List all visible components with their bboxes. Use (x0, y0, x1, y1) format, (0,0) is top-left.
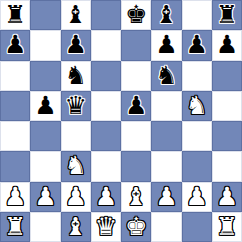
square-b8[interactable] (30, 0, 60, 30)
piece-white-pawn[interactable]: ♟ (34, 182, 56, 212)
square-e4[interactable] (121, 121, 151, 151)
square-e5[interactable]: ♟ (121, 91, 151, 121)
square-g6[interactable] (182, 61, 212, 91)
piece-white-pawn[interactable]: ♟ (95, 182, 117, 212)
piece-black-king[interactable]: ♚ (125, 0, 147, 30)
square-e3[interactable] (121, 151, 151, 181)
piece-black-knight[interactable]: ♞ (64, 61, 86, 91)
square-c7[interactable]: ♟ (61, 30, 91, 60)
piece-black-pawn[interactable]: ♟ (4, 30, 26, 60)
piece-black-pawn[interactable]: ♟ (185, 30, 207, 60)
chess-board[interactable]: ♜♝♚♝♜♟♟♟♟♟♞♞♟♛♟♞♞♟♟♟♟♝♟♟♟♜♝♛♚♜ (0, 0, 242, 242)
piece-black-pawn[interactable]: ♟ (64, 30, 86, 60)
piece-white-bishop[interactable]: ♝ (125, 182, 147, 212)
piece-white-king[interactable]: ♚ (125, 212, 147, 242)
square-h5[interactable] (212, 91, 242, 121)
square-g8[interactable] (182, 0, 212, 30)
square-h6[interactable] (212, 61, 242, 91)
square-b6[interactable] (30, 61, 60, 91)
square-h2[interactable]: ♟ (212, 182, 242, 212)
square-a6[interactable] (0, 61, 30, 91)
square-e1[interactable]: ♚ (121, 212, 151, 242)
square-f6[interactable]: ♞ (151, 61, 181, 91)
square-d4[interactable] (91, 121, 121, 151)
piece-white-knight[interactable]: ♞ (185, 91, 207, 121)
piece-white-rook[interactable]: ♜ (216, 212, 238, 242)
piece-white-queen[interactable]: ♛ (95, 212, 117, 242)
square-d7[interactable] (91, 30, 121, 60)
square-e7[interactable] (121, 30, 151, 60)
square-c3[interactable]: ♞ (61, 151, 91, 181)
piece-black-bishop[interactable]: ♝ (155, 0, 177, 30)
square-b2[interactable]: ♟ (30, 182, 60, 212)
square-g2[interactable]: ♟ (182, 182, 212, 212)
piece-black-pawn[interactable]: ♟ (125, 91, 147, 121)
square-d6[interactable] (91, 61, 121, 91)
square-h3[interactable] (212, 151, 242, 181)
piece-black-knight[interactable]: ♞ (155, 61, 177, 91)
piece-white-pawn[interactable]: ♟ (4, 182, 26, 212)
square-f2[interactable]: ♟ (151, 182, 181, 212)
square-h7[interactable]: ♟ (212, 30, 242, 60)
piece-white-knight[interactable]: ♞ (64, 151, 86, 181)
square-a8[interactable]: ♜ (0, 0, 30, 30)
square-f4[interactable] (151, 121, 181, 151)
square-a1[interactable]: ♜ (0, 212, 30, 242)
square-a3[interactable] (0, 151, 30, 181)
square-c5[interactable]: ♛ (61, 91, 91, 121)
square-g5[interactable]: ♞ (182, 91, 212, 121)
square-f1[interactable] (151, 212, 181, 242)
piece-black-pawn[interactable]: ♟ (34, 91, 56, 121)
square-e6[interactable] (121, 61, 151, 91)
piece-black-pawn[interactable]: ♟ (155, 30, 177, 60)
square-e8[interactable]: ♚ (121, 0, 151, 30)
piece-black-rook[interactable]: ♜ (4, 0, 26, 30)
square-b7[interactable] (30, 30, 60, 60)
square-g1[interactable] (182, 212, 212, 242)
square-f7[interactable]: ♟ (151, 30, 181, 60)
square-h8[interactable]: ♜ (212, 0, 242, 30)
square-f5[interactable] (151, 91, 181, 121)
square-b4[interactable] (30, 121, 60, 151)
square-g7[interactable]: ♟ (182, 30, 212, 60)
piece-white-pawn[interactable]: ♟ (216, 182, 238, 212)
square-a4[interactable] (0, 121, 30, 151)
piece-white-rook[interactable]: ♜ (4, 212, 26, 242)
square-d2[interactable]: ♟ (91, 182, 121, 212)
square-b1[interactable] (30, 212, 60, 242)
square-f3[interactable] (151, 151, 181, 181)
square-d3[interactable] (91, 151, 121, 181)
square-g4[interactable] (182, 121, 212, 151)
piece-black-pawn[interactable]: ♟ (216, 30, 238, 60)
square-h1[interactable]: ♜ (212, 212, 242, 242)
square-a5[interactable] (0, 91, 30, 121)
square-d5[interactable] (91, 91, 121, 121)
square-d1[interactable]: ♛ (91, 212, 121, 242)
piece-black-bishop[interactable]: ♝ (64, 0, 86, 30)
square-e2[interactable]: ♝ (121, 182, 151, 212)
square-f8[interactable]: ♝ (151, 0, 181, 30)
square-b3[interactable] (30, 151, 60, 181)
square-g3[interactable] (182, 151, 212, 181)
piece-white-pawn[interactable]: ♟ (64, 182, 86, 212)
piece-black-queen[interactable]: ♛ (64, 91, 86, 121)
piece-white-pawn[interactable]: ♟ (185, 182, 207, 212)
square-b5[interactable]: ♟ (30, 91, 60, 121)
square-c6[interactable]: ♞ (61, 61, 91, 91)
piece-white-pawn[interactable]: ♟ (155, 182, 177, 212)
square-c1[interactable]: ♝ (61, 212, 91, 242)
square-d8[interactable] (91, 0, 121, 30)
square-a7[interactable]: ♟ (0, 30, 30, 60)
square-a2[interactable]: ♟ (0, 182, 30, 212)
square-c2[interactable]: ♟ (61, 182, 91, 212)
piece-black-rook[interactable]: ♜ (216, 0, 238, 30)
square-c8[interactable]: ♝ (61, 0, 91, 30)
square-c4[interactable] (61, 121, 91, 151)
piece-white-bishop[interactable]: ♝ (64, 212, 86, 242)
square-h4[interactable] (212, 121, 242, 151)
